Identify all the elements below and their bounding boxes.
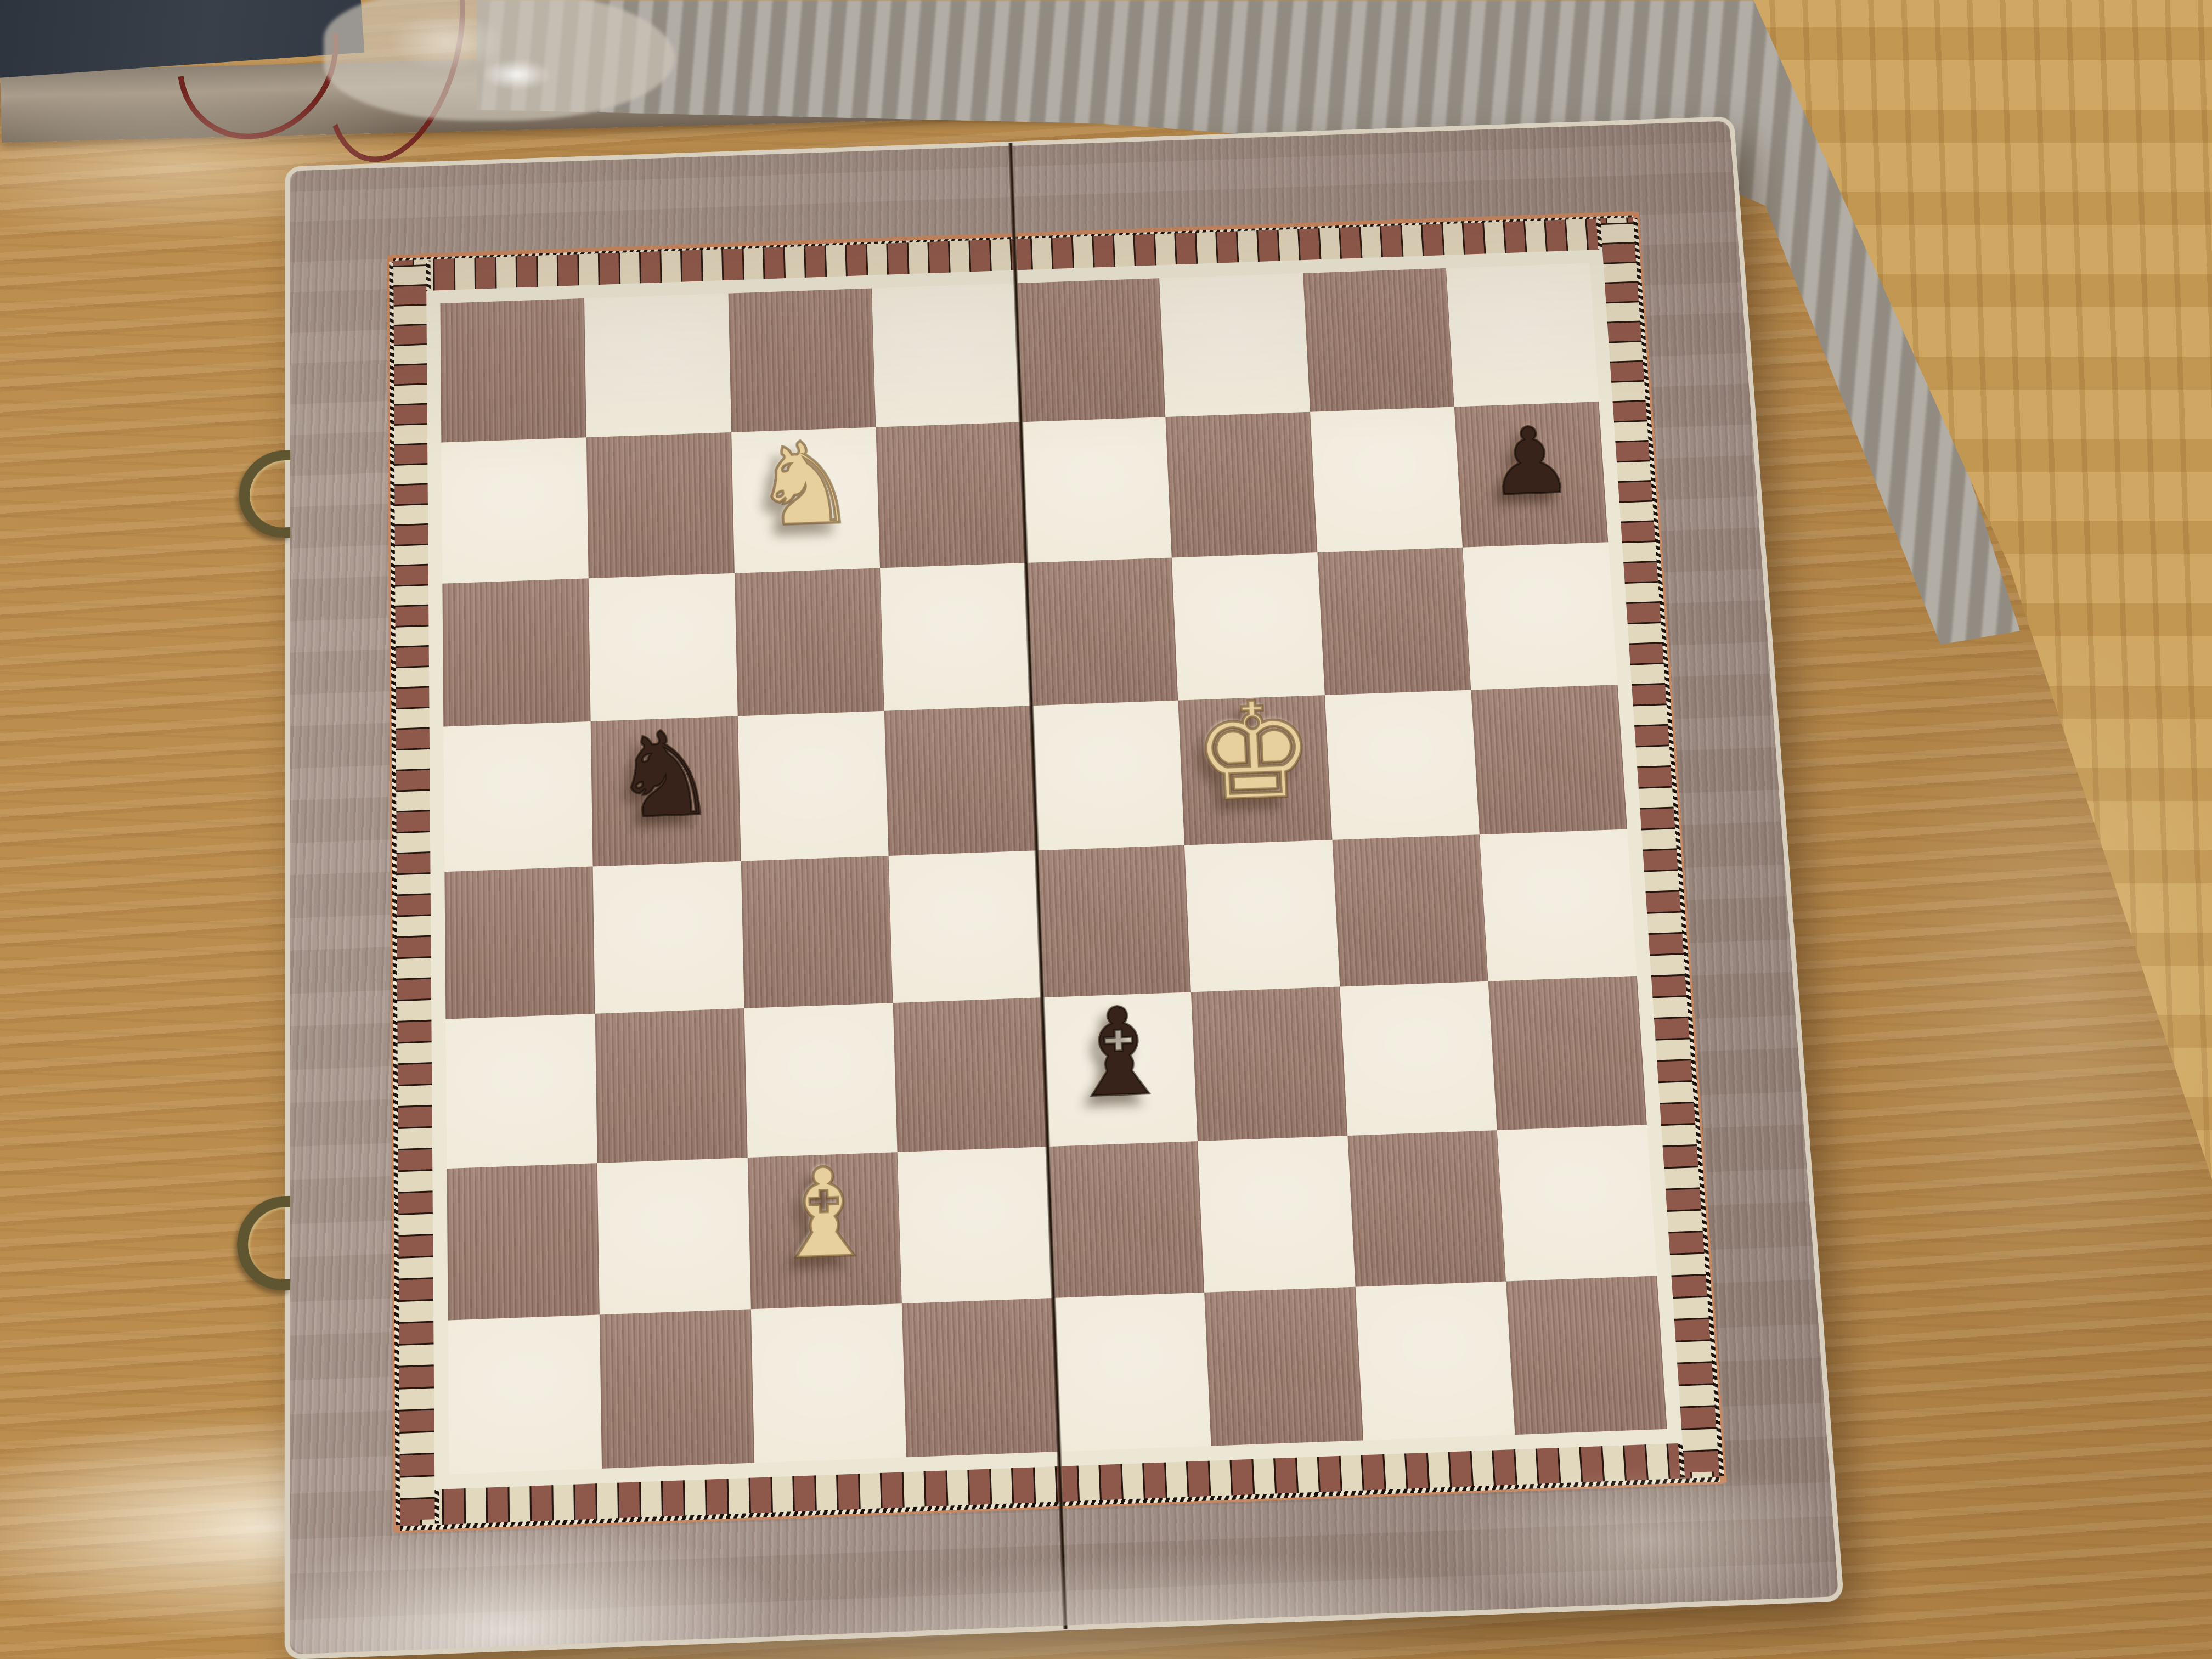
square-c6[interactable] (734, 568, 884, 716)
square-f2[interactable] (1198, 1136, 1355, 1293)
square-b7[interactable] (586, 432, 735, 578)
photo-scene: { "game": "chess", "scene_description": … (0, 0, 2212, 1659)
square-g3[interactable] (1340, 981, 1497, 1136)
square-a1[interactable] (448, 1314, 602, 1474)
square-d1[interactable] (902, 1298, 1059, 1457)
square-d8[interactable] (872, 283, 1020, 427)
square-e7[interactable] (1020, 417, 1171, 563)
square-g5[interactable] (1324, 690, 1480, 840)
square-b1[interactable] (600, 1309, 754, 1469)
square-a7[interactable] (441, 437, 588, 583)
square-a2[interactable] (447, 1163, 599, 1320)
square-a3[interactable] (445, 1014, 597, 1169)
square-f3[interactable] (1191, 987, 1347, 1142)
square-b5[interactable]: ♞ (590, 716, 741, 866)
square-f4[interactable] (1184, 840, 1340, 992)
square-b3[interactable] (595, 1008, 747, 1163)
square-d6[interactable] (880, 563, 1031, 711)
square-c8[interactable] (728, 289, 876, 432)
square-b8[interactable] (584, 294, 731, 438)
square-c5[interactable] (737, 711, 889, 861)
square-e3[interactable]: ♝ (1042, 992, 1197, 1147)
chess-board: ♞♟♞♚♝♝ (285, 116, 1844, 1659)
square-g2[interactable] (1347, 1130, 1506, 1287)
white-bishop-c2[interactable]: ♝ (768, 1150, 881, 1277)
black-pawn-h7[interactable]: ♟ (1485, 414, 1576, 509)
square-c3[interactable] (744, 1003, 898, 1158)
square-e2[interactable] (1047, 1141, 1204, 1298)
square-a5[interactable] (443, 721, 592, 872)
black-knight-b5[interactable]: ♞ (611, 715, 720, 836)
square-e4[interactable] (1036, 845, 1190, 998)
square-h6[interactable] (1463, 542, 1617, 690)
white-knight-c7[interactable]: ♞ (751, 426, 859, 543)
square-c2[interactable]: ♝ (747, 1152, 902, 1309)
square-h4[interactable] (1480, 830, 1637, 981)
square-f8[interactable] (1159, 273, 1310, 417)
square-b2[interactable] (597, 1158, 751, 1314)
square-d4[interactable] (889, 850, 1042, 1003)
board-frame: ♞♟♞♚♝♝ (285, 116, 1844, 1659)
square-h5[interactable] (1471, 685, 1628, 834)
square-c4[interactable] (741, 856, 893, 1008)
square-c7[interactable]: ♞ (731, 427, 881, 573)
square-a8[interactable] (440, 298, 586, 443)
black-bishop-e3[interactable]: ♝ (1062, 990, 1176, 1115)
square-g1[interactable] (1355, 1282, 1515, 1441)
square-h2[interactable] (1497, 1125, 1657, 1281)
white-king-f5[interactable]: ♚ (1189, 682, 1318, 820)
square-f7[interactable] (1165, 412, 1317, 558)
square-g4[interactable] (1332, 834, 1488, 986)
square-h1[interactable] (1506, 1276, 1667, 1435)
square-h3[interactable] (1488, 976, 1647, 1130)
square-a4[interactable] (444, 866, 595, 1019)
square-d2[interactable] (898, 1147, 1053, 1304)
square-h7[interactable]: ♟ (1454, 402, 1608, 547)
square-g7[interactable] (1310, 407, 1463, 552)
square-e1[interactable] (1053, 1293, 1211, 1452)
square-d3[interactable] (893, 997, 1048, 1152)
square-g6[interactable] (1317, 548, 1471, 695)
square-d7[interactable] (876, 422, 1026, 568)
square-e6[interactable] (1026, 558, 1178, 706)
square-e5[interactable] (1031, 701, 1184, 851)
square-d5[interactable] (884, 706, 1036, 856)
square-a6[interactable] (442, 578, 590, 726)
square-e8[interactable] (1015, 278, 1165, 422)
square-g8[interactable] (1303, 268, 1454, 412)
square-b4[interactable] (592, 861, 744, 1014)
square-c1[interactable] (751, 1304, 906, 1463)
plastic-bag (324, 0, 675, 121)
square-f5[interactable]: ♚ (1178, 695, 1332, 845)
square-h8[interactable] (1446, 263, 1599, 407)
square-b6[interactable] (588, 573, 737, 721)
square-f1[interactable] (1204, 1287, 1363, 1446)
